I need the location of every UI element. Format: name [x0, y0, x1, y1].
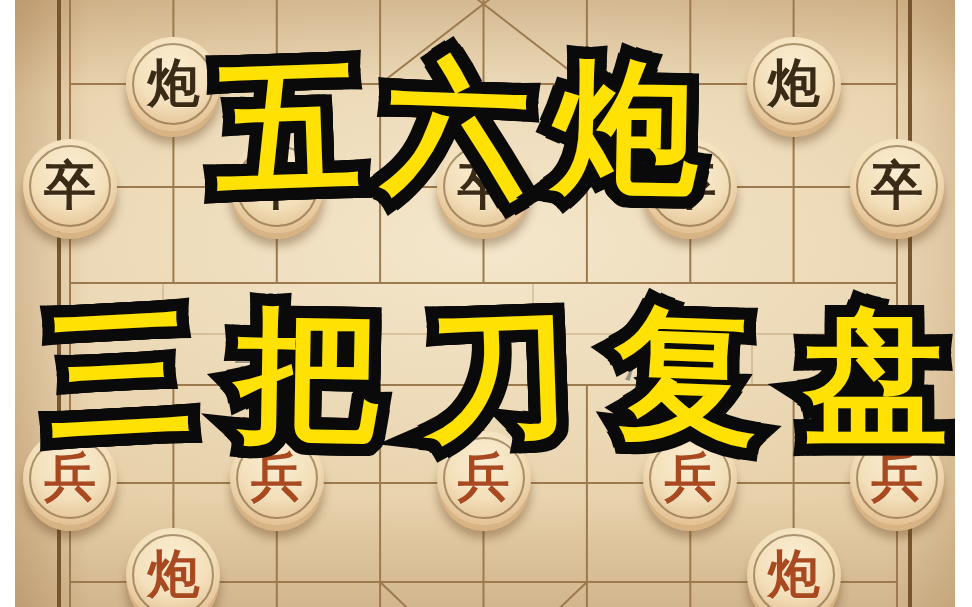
- piece-character: 兵: [458, 452, 510, 504]
- overlay-character: 盘盘: [803, 303, 948, 448]
- overlay-character: 六六: [382, 54, 532, 204]
- piece-character: 炮: [147, 549, 199, 601]
- piece-character: 兵: [251, 452, 303, 504]
- piece-black-soldier-c8r3[interactable]: 卒: [850, 139, 944, 233]
- piece-character: 炮: [147, 58, 199, 110]
- piece-character: 兵: [664, 452, 716, 504]
- piece-character: 炮: [768, 58, 820, 110]
- xiangqi-board: 楚河 汉界 炮炮卒卒卒卒卒兵兵兵兵兵炮炮 五五六六炮炮三三把把刀刀复复盘盘: [15, 0, 955, 607]
- overlay-title-line2: 三三把把刀刀复复盘盘: [25, 303, 955, 448]
- piece-black-soldier-c0r3[interactable]: 卒: [23, 139, 117, 233]
- overlay-character: 炮炮: [552, 55, 700, 203]
- overlay-character: 复复: [612, 301, 762, 451]
- overlay-character: 刀刀: [423, 301, 573, 451]
- piece-character: 兵: [871, 452, 923, 504]
- piece-character: 卒: [44, 160, 96, 212]
- piece-character: 炮: [768, 549, 820, 601]
- overlay-character: 把把: [235, 302, 383, 450]
- overlay-character: 三三: [43, 299, 195, 451]
- overlay-character: 五五: [213, 54, 363, 204]
- piece-character: 兵: [44, 452, 96, 504]
- piece-character: 卒: [871, 160, 923, 212]
- piece-black-cannon-c7r2[interactable]: 炮: [747, 37, 841, 131]
- overlay-title-line1: 五五六六炮炮: [203, 56, 710, 201]
- screenshot-page: 楚河 汉界 炮炮卒卒卒卒卒兵兵兵兵兵炮炮 五五六六炮炮三三把把刀刀复复盘盘: [0, 0, 972, 607]
